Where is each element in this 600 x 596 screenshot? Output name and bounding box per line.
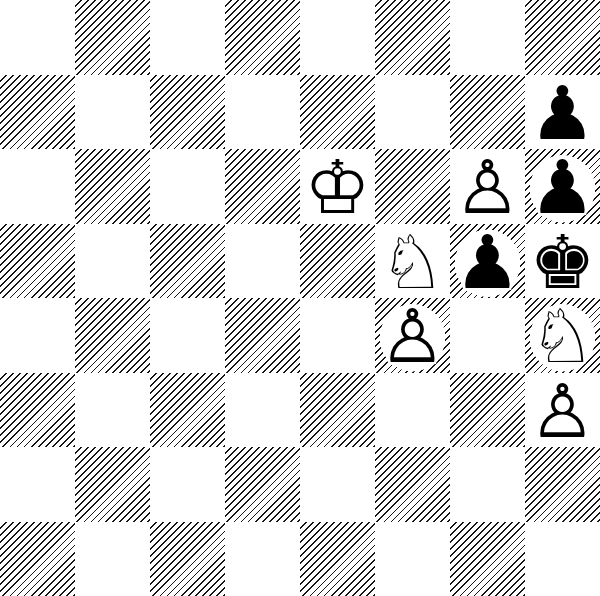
square-g2[interactable]	[450, 447, 525, 522]
square-h8[interactable]	[525, 0, 600, 75]
square-f4[interactable]: ♙	[375, 298, 450, 373]
square-b5[interactable]	[75, 224, 150, 299]
square-g8[interactable]	[450, 0, 525, 75]
square-b4[interactable]	[75, 298, 150, 373]
square-a4[interactable]	[0, 298, 75, 373]
square-e3[interactable]	[300, 373, 375, 448]
square-c8[interactable]	[150, 0, 225, 75]
square-e8[interactable]	[300, 0, 375, 75]
white-pawn[interactable]: ♙	[454, 150, 520, 223]
square-h7[interactable]: ♟	[525, 75, 600, 150]
white-pawn[interactable]: ♙	[529, 374, 595, 447]
black-pawn[interactable]: ♟	[529, 150, 595, 223]
square-g5[interactable]: ♟	[450, 224, 525, 299]
square-f1[interactable]	[375, 522, 450, 596]
chessboard: ♟♔♙♟♘♟♚♙♘♙	[0, 0, 600, 596]
square-e6[interactable]: ♔	[300, 149, 375, 224]
square-a5[interactable]	[0, 224, 75, 299]
white-pawn[interactable]: ♙	[379, 299, 445, 372]
square-a1[interactable]	[0, 522, 75, 596]
black-king[interactable]: ♚	[529, 225, 595, 298]
square-g3[interactable]	[450, 373, 525, 448]
square-h6[interactable]: ♟	[525, 149, 600, 224]
square-h5[interactable]: ♚	[525, 224, 600, 299]
square-a3[interactable]	[0, 373, 75, 448]
square-c7[interactable]	[150, 75, 225, 150]
square-g7[interactable]	[450, 75, 525, 150]
square-f3[interactable]	[375, 373, 450, 448]
white-knight[interactable]: ♘	[379, 225, 445, 298]
square-a2[interactable]	[0, 447, 75, 522]
square-e7[interactable]	[300, 75, 375, 150]
square-a6[interactable]	[0, 149, 75, 224]
square-c3[interactable]	[150, 373, 225, 448]
square-d7[interactable]	[225, 75, 300, 150]
square-d8[interactable]	[225, 0, 300, 75]
square-b6[interactable]	[75, 149, 150, 224]
square-b3[interactable]	[75, 373, 150, 448]
square-b8[interactable]	[75, 0, 150, 75]
square-b1[interactable]	[75, 522, 150, 596]
white-king[interactable]: ♔	[304, 150, 370, 223]
square-c4[interactable]	[150, 298, 225, 373]
square-h3[interactable]: ♙	[525, 373, 600, 448]
chessboard-container: ♟♔♙♟♘♟♚♙♘♙	[0, 0, 600, 596]
square-f8[interactable]	[375, 0, 450, 75]
square-d6[interactable]	[225, 149, 300, 224]
square-c2[interactable]	[150, 447, 225, 522]
black-pawn[interactable]: ♟	[529, 76, 595, 149]
square-e1[interactable]	[300, 522, 375, 596]
square-f7[interactable]	[375, 75, 450, 150]
square-h2[interactable]	[525, 447, 600, 522]
square-d4[interactable]	[225, 298, 300, 373]
square-e2[interactable]	[300, 447, 375, 522]
black-pawn[interactable]: ♟	[454, 225, 520, 298]
square-d5[interactable]	[225, 224, 300, 299]
square-f2[interactable]	[375, 447, 450, 522]
square-a8[interactable]	[0, 0, 75, 75]
square-d1[interactable]	[225, 522, 300, 596]
square-d2[interactable]	[225, 447, 300, 522]
square-g4[interactable]	[450, 298, 525, 373]
square-h1[interactable]	[525, 522, 600, 596]
square-e5[interactable]	[300, 224, 375, 299]
square-g6[interactable]: ♙	[450, 149, 525, 224]
white-knight[interactable]: ♘	[529, 299, 595, 372]
square-c1[interactable]	[150, 522, 225, 596]
square-f6[interactable]	[375, 149, 450, 224]
square-h4[interactable]: ♘	[525, 298, 600, 373]
square-a7[interactable]	[0, 75, 75, 150]
square-f5[interactable]: ♘	[375, 224, 450, 299]
square-c5[interactable]	[150, 224, 225, 299]
square-g1[interactable]	[450, 522, 525, 596]
square-e4[interactable]	[300, 298, 375, 373]
square-b7[interactable]	[75, 75, 150, 150]
square-c6[interactable]	[150, 149, 225, 224]
square-b2[interactable]	[75, 447, 150, 522]
square-d3[interactable]	[225, 373, 300, 448]
